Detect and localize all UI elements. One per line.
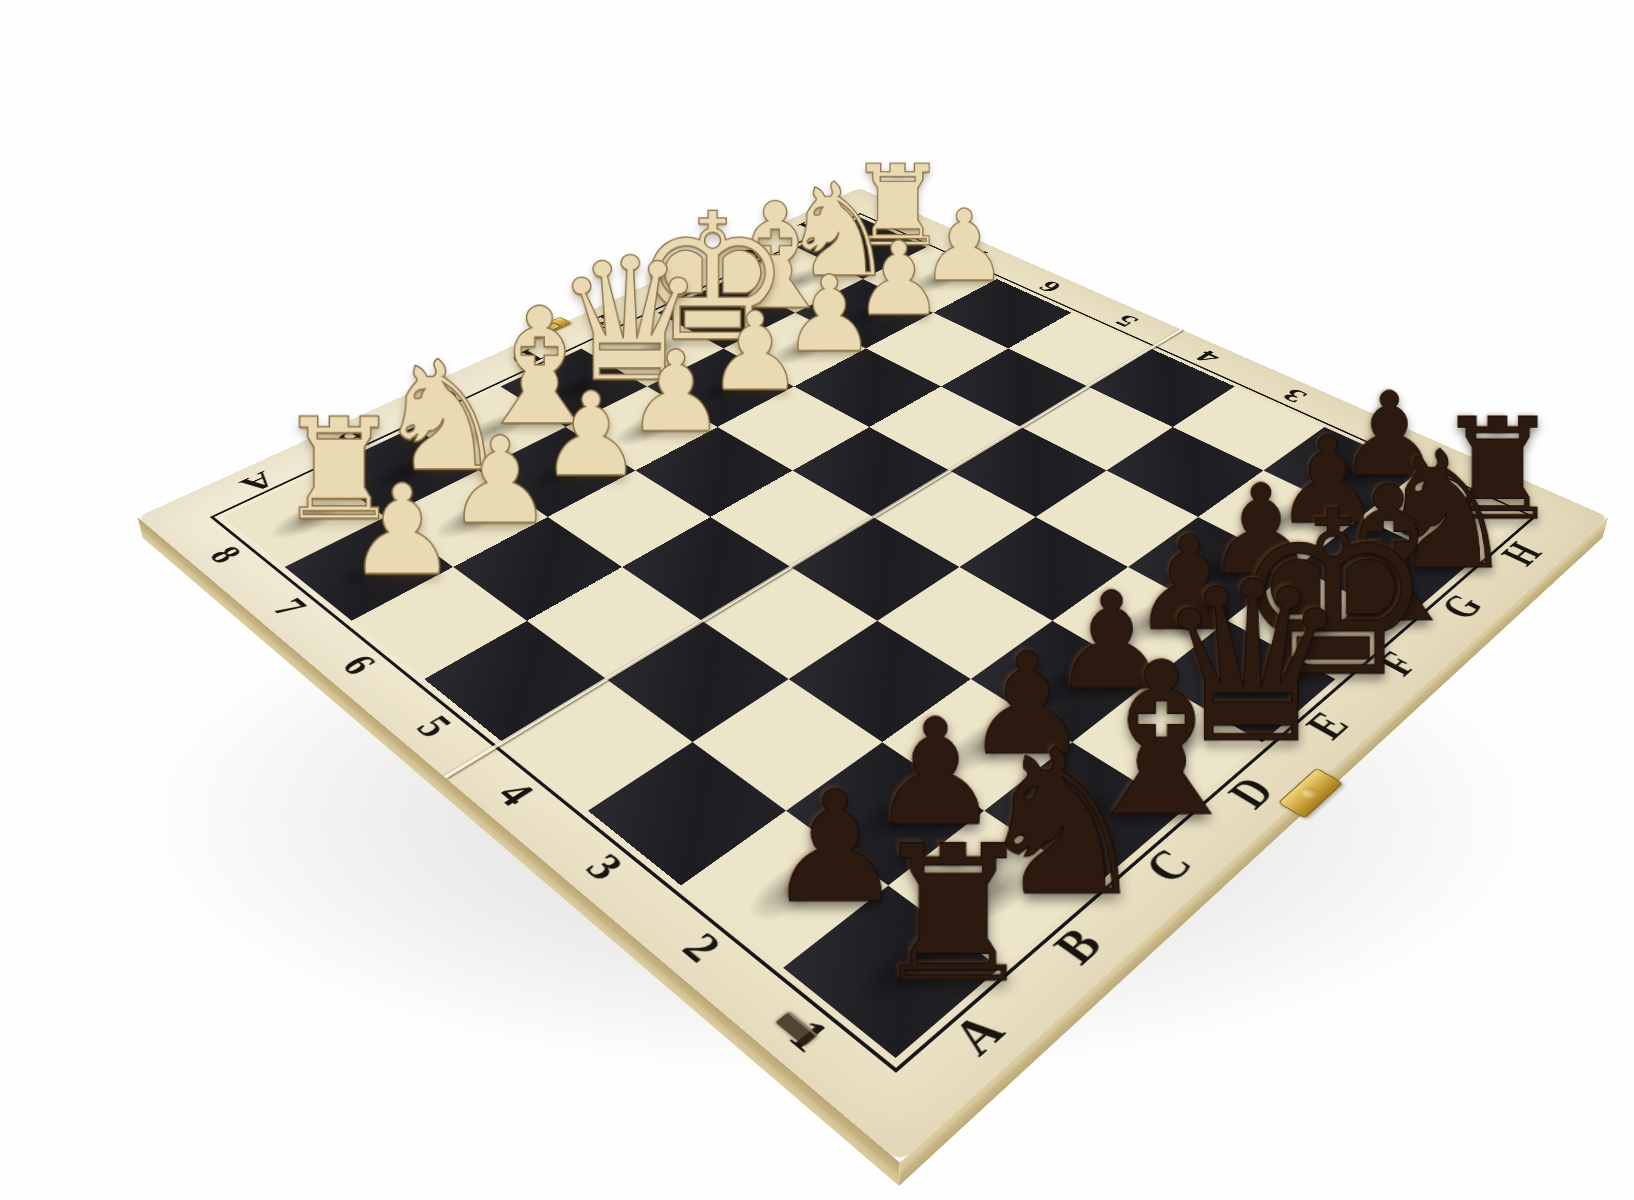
board-grid: ♜♞♝♛♚♝♞♜♟♟♟♟♟♟♟♟♟♟♟♟♟♟♟♟♜♞♝♛♚♝♞♜ bbox=[222, 217, 1523, 1058]
chess-set-photo: { "game": "chess", "scene": { "descripti… bbox=[0, 0, 1634, 1200]
photo-scene: ♜♞♝♛♚♝♞♜♟♟♟♟♟♟♟♟♟♟♟♟♟♟♟♟♜♞♝♛♚♝♞♜ ABCDEFG… bbox=[0, 0, 1634, 1200]
chess-board: ♜♞♝♛♚♝♞♜♟♟♟♟♟♟♟♟♟♟♟♟♟♟♟♟♜♞♝♛♚♝♞♜ ABCDEFG… bbox=[138, 188, 1609, 1162]
light-pawn-a7[interactable]: ♟ bbox=[342, 468, 463, 593]
dark-rook-a1[interactable]: ♜ bbox=[869, 821, 1026, 1010]
